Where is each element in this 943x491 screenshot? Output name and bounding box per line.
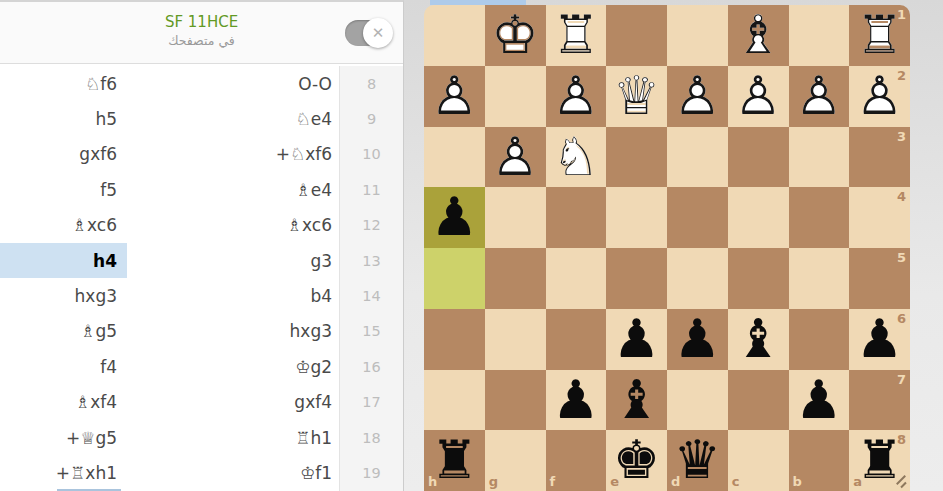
square-b2[interactable]: ♟♙ <box>789 66 850 127</box>
square-b4[interactable] <box>789 187 850 248</box>
move-black[interactable]: h5 <box>0 101 127 136</box>
move-number: 18 <box>340 420 403 455</box>
square-f4[interactable] <box>546 187 607 248</box>
chess-board: ♚♔♜♖♝♗1♜♖♟♙♟♙♛♕♟♙♟♙♟♙2♟♙♟♙♞♘3♟45♟♟♝6♟♟♝♟… <box>424 5 910 491</box>
square-g6[interactable] <box>485 309 546 370</box>
square-a1[interactable]: 1♜♖ <box>849 5 910 66</box>
file-label: b <box>793 475 802 488</box>
piece-outline: ♕ <box>606 66 667 127</box>
square-b6[interactable] <box>789 309 850 370</box>
move-white[interactable]: hxg3 <box>127 314 340 349</box>
white-bishop-piece[interactable]: ♝♗ <box>728 5 789 66</box>
piece-outline: ♘ <box>546 127 607 188</box>
piece-outline: ♙ <box>546 66 607 127</box>
engine-name: SF 11HCE <box>0 13 403 32</box>
piece-outline: ♙ <box>424 66 485 127</box>
move-number: 19 <box>340 455 403 490</box>
move-black[interactable]: +♕g5 <box>0 420 127 455</box>
square-f5[interactable] <box>546 248 607 309</box>
piece-outline: ♙ <box>485 127 546 188</box>
square-h4[interactable]: ♟ <box>424 187 485 248</box>
rank-label: 3 <box>897 130 906 143</box>
square-f6[interactable] <box>546 309 607 370</box>
move-row: f4♔g216 <box>0 349 403 384</box>
square-c6[interactable]: ♝ <box>728 309 789 370</box>
square-a3[interactable]: 3 <box>849 127 910 188</box>
move-number: 16 <box>340 349 403 384</box>
white-pawn-piece[interactable]: ♟♙ <box>789 66 850 127</box>
square-d1[interactable] <box>667 5 728 66</box>
move-row: ♗g5hxg315 <box>0 314 403 349</box>
square-e5[interactable] <box>606 248 667 309</box>
square-b3[interactable] <box>789 127 850 188</box>
square-d7[interactable] <box>667 370 728 431</box>
square-a8[interactable]: 8a♜ <box>849 430 910 491</box>
move-black[interactable]: +♖xh1 <box>0 455 127 490</box>
move-list: ♘f6O-O8h5♘e49gxf6+♘xf610f5♗e411♗xc6♗xc61… <box>0 66 403 491</box>
black-pawn-piece[interactable]: ♟ <box>546 370 607 431</box>
move-row: h4g313 <box>0 243 403 278</box>
move-row: h5♘e49 <box>0 101 403 136</box>
square-f1[interactable]: ♜♖ <box>546 5 607 66</box>
square-g7[interactable] <box>485 370 546 431</box>
move-white[interactable]: ♔g2 <box>127 349 340 384</box>
square-b7[interactable]: ♟ <box>789 370 850 431</box>
black-bishop-piece[interactable]: ♝ <box>606 370 667 431</box>
black-king-piece[interactable]: ♚ <box>606 430 667 491</box>
move-panel: SF 11HCE في متصفحك ✕ ♘f6O-O8h5♘e49gxf6+♘… <box>0 0 404 491</box>
board-resize-grip[interactable] <box>893 474 907 488</box>
black-rook-piece[interactable]: ♜ <box>424 430 485 491</box>
square-f7[interactable]: ♟ <box>546 370 607 431</box>
rank-label: 7 <box>897 373 906 386</box>
black-queen-piece[interactable]: ♛ <box>667 430 728 491</box>
square-e2[interactable]: ♛♕ <box>606 66 667 127</box>
piece-outline: ♖ <box>849 5 910 66</box>
square-f2[interactable]: ♟♙ <box>546 66 607 127</box>
engine-toggle[interactable]: ✕ <box>345 20 390 46</box>
square-e4[interactable] <box>606 187 667 248</box>
white-pawn-piece[interactable]: ♟♙ <box>728 66 789 127</box>
square-d6[interactable]: ♟ <box>667 309 728 370</box>
square-a4[interactable]: 4 <box>849 187 910 248</box>
piece-outline: ♙ <box>849 66 910 127</box>
white-rook-piece[interactable]: ♜♖ <box>546 5 607 66</box>
white-pawn-piece[interactable]: ♟♙ <box>849 66 910 127</box>
piece-outline: ♙ <box>667 66 728 127</box>
square-e7[interactable]: ♝ <box>606 370 667 431</box>
file-label: c <box>732 475 740 488</box>
square-d3[interactable] <box>667 127 728 188</box>
move-white[interactable]: ♔f1 <box>127 455 340 490</box>
square-g5[interactable] <box>485 248 546 309</box>
move-white[interactable]: ♗xc6 <box>127 208 340 243</box>
move-number: 15 <box>340 314 403 349</box>
white-pawn-piece[interactable]: ♟♙ <box>546 66 607 127</box>
move-row: ♘f6O-O8 <box>0 66 403 101</box>
move-white[interactable]: ♘e4 <box>127 101 340 136</box>
black-pawn-piece[interactable]: ♟ <box>789 370 850 431</box>
square-g8[interactable]: g <box>485 430 546 491</box>
move-white[interactable]: gxf4 <box>127 385 340 420</box>
square-a7[interactable]: 7 <box>849 370 910 431</box>
piece-outline: ♗ <box>728 5 789 66</box>
square-g4[interactable] <box>485 187 546 248</box>
white-king-piece[interactable]: ♚♔ <box>485 5 546 66</box>
square-h5[interactable] <box>424 248 485 309</box>
square-b8[interactable]: b <box>789 430 850 491</box>
square-c1[interactable]: ♝♗ <box>728 5 789 66</box>
square-h6[interactable] <box>424 309 485 370</box>
square-g3[interactable]: ♟♙ <box>485 127 546 188</box>
file-label: g <box>489 475 498 488</box>
square-d8[interactable]: d♛ <box>667 430 728 491</box>
square-b1[interactable] <box>789 5 850 66</box>
piece-outline: ♙ <box>728 66 789 127</box>
square-c7[interactable] <box>728 370 789 431</box>
rank-label: 5 <box>897 251 906 264</box>
move-number: 9 <box>340 101 403 136</box>
piece-outline: ♙ <box>789 66 850 127</box>
move-white[interactable]: ♗e4 <box>127 172 340 207</box>
analysis-page: SF 11HCE في متصفحك ✕ ♘f6O-O8h5♘e49gxf6+♘… <box>0 0 943 491</box>
white-pawn-piece[interactable]: ♟♙ <box>424 66 485 127</box>
move-black[interactable]: ♗g5 <box>0 314 127 349</box>
square-d2[interactable]: ♟♙ <box>667 66 728 127</box>
move-row: gxf6+♘xf610 <box>0 137 403 172</box>
move-number: 17 <box>340 385 403 420</box>
move-white[interactable]: O-O <box>127 66 340 101</box>
square-a5[interactable]: 5 <box>849 248 910 309</box>
square-c3[interactable] <box>728 127 789 188</box>
square-h7[interactable] <box>424 370 485 431</box>
white-pawn-piece[interactable]: ♟♙ <box>667 66 728 127</box>
move-black[interactable]: f4 <box>0 349 127 384</box>
move-black[interactable]: ♗xc6 <box>0 208 127 243</box>
square-a6[interactable]: 6♟ <box>849 309 910 370</box>
white-rook-piece[interactable]: ♜♖ <box>849 5 910 66</box>
move-black[interactable]: ♘f6 <box>0 66 127 101</box>
square-f8[interactable]: f <box>546 430 607 491</box>
square-c4[interactable] <box>728 187 789 248</box>
move-number: 14 <box>340 278 403 313</box>
square-d5[interactable] <box>667 248 728 309</box>
move-row: f5♗e411 <box>0 172 403 207</box>
engine-header: SF 11HCE في متصفحك ✕ <box>0 2 403 64</box>
move-number: 10 <box>340 137 403 172</box>
square-e6[interactable]: ♟ <box>606 309 667 370</box>
square-c2[interactable]: ♟♙ <box>728 66 789 127</box>
move-number: 12 <box>340 208 403 243</box>
square-a2[interactable]: 2♟♙ <box>849 66 910 127</box>
piece-outline: ♖ <box>546 5 607 66</box>
white-queen-piece[interactable]: ♛♕ <box>606 66 667 127</box>
square-h3[interactable] <box>424 127 485 188</box>
move-number: 8 <box>340 66 403 101</box>
square-g1[interactable]: ♚♔ <box>485 5 546 66</box>
square-c5[interactable] <box>728 248 789 309</box>
square-e1[interactable] <box>606 5 667 66</box>
move-white[interactable]: ♖h1 <box>127 420 340 455</box>
move-black[interactable]: hxg3 <box>0 278 127 313</box>
move-number: 13 <box>340 243 403 278</box>
move-row: hxg3b414 <box>0 278 403 313</box>
square-b5[interactable] <box>789 248 850 309</box>
black-bishop-piece[interactable]: ♝ <box>728 309 789 370</box>
move-black[interactable]: f5 <box>0 172 127 207</box>
move-black[interactable]: gxf6 <box>0 137 127 172</box>
move-white[interactable]: g3 <box>127 243 340 278</box>
black-pawn-piece[interactable]: ♟ <box>606 309 667 370</box>
move-black[interactable]: ♗xf4 <box>0 385 127 420</box>
white-pawn-piece[interactable]: ♟♙ <box>485 127 546 188</box>
piece-outline: ♔ <box>485 5 546 66</box>
square-e3[interactable] <box>606 127 667 188</box>
square-e8[interactable]: e♚ <box>606 430 667 491</box>
square-c8[interactable]: c <box>728 430 789 491</box>
file-label: f <box>550 475 556 488</box>
move-row: +♕g5♖h118 <box>0 420 403 455</box>
black-pawn-piece[interactable]: ♟ <box>424 187 485 248</box>
move-black[interactable]: h4 <box>0 243 127 278</box>
black-pawn-piece[interactable]: ♟ <box>849 309 910 370</box>
square-h8[interactable]: h♜ <box>424 430 485 491</box>
move-number: 11 <box>340 172 403 207</box>
move-row: ♗xc6♗xc612 <box>0 208 403 243</box>
square-h2[interactable]: ♟♙ <box>424 66 485 127</box>
square-d4[interactable] <box>667 187 728 248</box>
close-icon[interactable]: ✕ <box>363 18 393 48</box>
rank-label: 4 <box>897 190 906 203</box>
move-row: +♖xh1♔f119 <box>0 455 403 490</box>
move-white[interactable]: b4 <box>127 278 340 313</box>
engine-subtitle: في متصفحك <box>0 32 403 49</box>
black-pawn-piece[interactable]: ♟ <box>667 309 728 370</box>
square-g2[interactable] <box>485 66 546 127</box>
move-row: ♗xf4gxf417 <box>0 385 403 420</box>
square-h1[interactable] <box>424 5 485 66</box>
white-knight-piece[interactable]: ♞♘ <box>546 127 607 188</box>
move-white[interactable]: +♘xf6 <box>127 137 340 172</box>
square-f3[interactable]: ♞♘ <box>546 127 607 188</box>
